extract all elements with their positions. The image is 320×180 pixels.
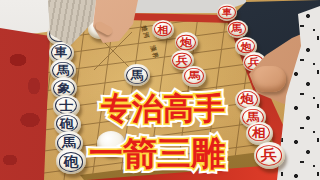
caption-text: 一箭三雕 [89,136,225,170]
xiangqi-piece-兵[interactable]: 兵 [254,142,285,169]
xiangqi-piece-炮[interactable]: 炮 [175,32,198,52]
video-thumbnail: 楚河 漢界 卒車馬象士砲馬砲馬相炮兵馬車馬炮兵炮馬相兵 专治高手 专治高手 专治… [0,0,320,180]
caption-text: 专治高手 [101,93,225,124]
xiangqi-piece-相[interactable]: 相 [152,20,174,39]
xiangqi-piece-車[interactable]: 車 [217,4,237,21]
xiangqi-piece-馬[interactable]: 馬 [182,66,206,87]
right-player-hand[interactable] [252,66,286,92]
xiangqi-piece-馬[interactable]: 馬 [124,64,150,86]
xiangqi-piece-馬[interactable]: 馬 [227,20,248,38]
